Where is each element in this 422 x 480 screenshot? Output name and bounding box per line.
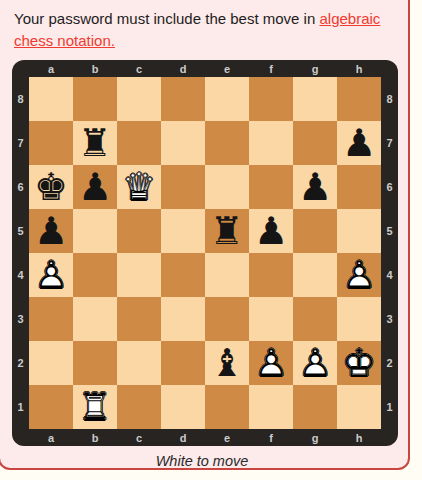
file-label-d: d: [161, 60, 205, 77]
side-to-move-caption: White to move: [0, 453, 404, 469]
square-b4: [73, 253, 117, 297]
square-g3: [293, 297, 337, 341]
file-label-e: e: [205, 60, 249, 77]
square-d2: [161, 341, 205, 385]
square-g5: [293, 209, 337, 253]
square-f1: [249, 385, 293, 429]
black-pawn: ♟: [337, 121, 381, 165]
rank-label-1: 1: [381, 385, 398, 429]
square-e3: [205, 297, 249, 341]
square-f4: [249, 253, 293, 297]
square-e8: [205, 77, 249, 121]
rank-labels-right: 87654321: [381, 77, 398, 429]
square-f7: [249, 121, 293, 165]
square-a7: [29, 121, 73, 165]
square-b6: ♟: [73, 165, 117, 209]
square-c6: ♛♕: [117, 165, 161, 209]
square-e4: [205, 253, 249, 297]
square-d6: [161, 165, 205, 209]
rank-label-2: 2: [381, 341, 398, 385]
rank-label-3: 3: [12, 297, 29, 341]
square-a3: [29, 297, 73, 341]
white-king: ♚♔: [337, 341, 381, 385]
square-f3: [249, 297, 293, 341]
square-c2: [117, 341, 161, 385]
chess-board: ♜♟♚♟♛♕♟♟♜♟♟♙♟♙♝♟♙♟♙♚♔♜♖: [29, 77, 381, 429]
square-d3: [161, 297, 205, 341]
black-pawn: ♟: [73, 165, 117, 209]
square-a6: ♚: [29, 165, 73, 209]
rank-label-8: 8: [12, 77, 29, 121]
file-label-a: a: [29, 429, 73, 446]
white-pawn: ♟♙: [29, 253, 73, 297]
square-h8: [337, 77, 381, 121]
square-a2: [29, 341, 73, 385]
rank-label-4: 4: [12, 253, 29, 297]
rank-label-7: 7: [12, 121, 29, 165]
square-d4: [161, 253, 205, 297]
square-c4: [117, 253, 161, 297]
square-c5: [117, 209, 161, 253]
square-c7: [117, 121, 161, 165]
square-d7: [161, 121, 205, 165]
square-b3: [73, 297, 117, 341]
rank-label-3: 3: [381, 297, 398, 341]
square-h6: [337, 165, 381, 209]
file-label-b: b: [73, 60, 117, 77]
black-king: ♚: [29, 165, 73, 209]
rank-label-8: 8: [381, 77, 398, 121]
square-e5: ♜: [205, 209, 249, 253]
square-f8: [249, 77, 293, 121]
square-b1: ♜♖: [73, 385, 117, 429]
square-f5: ♟: [249, 209, 293, 253]
rank-label-6: 6: [381, 165, 398, 209]
square-d1: [161, 385, 205, 429]
password-rule-card: Your password must include the best move…: [0, 0, 410, 470]
rule-text: Your password must include the best move…: [14, 8, 396, 52]
square-g8: [293, 77, 337, 121]
square-b7: ♜: [73, 121, 117, 165]
square-b5: [73, 209, 117, 253]
file-label-a: a: [29, 60, 73, 77]
square-f2: ♟♙: [249, 341, 293, 385]
square-e1: [205, 385, 249, 429]
file-label-g: g: [293, 60, 337, 77]
square-c3: [117, 297, 161, 341]
square-a4: ♟♙: [29, 253, 73, 297]
square-h1: [337, 385, 381, 429]
black-rook: ♜: [73, 121, 117, 165]
file-label-g: g: [293, 429, 337, 446]
rank-label-5: 5: [381, 209, 398, 253]
square-d5: [161, 209, 205, 253]
rule-text-plain: Your password must include the best move…: [14, 10, 319, 27]
square-h7: ♟: [337, 121, 381, 165]
rank-label-2: 2: [12, 341, 29, 385]
square-g2: ♟♙: [293, 341, 337, 385]
square-h5: [337, 209, 381, 253]
file-label-f: f: [249, 429, 293, 446]
square-g1: [293, 385, 337, 429]
white-pawn: ♟♙: [293, 341, 337, 385]
square-g6: ♟: [293, 165, 337, 209]
file-labels-bottom: abcdefgh: [29, 429, 381, 446]
square-h2: ♚♔: [337, 341, 381, 385]
square-g7: [293, 121, 337, 165]
rank-labels-left: 87654321: [12, 77, 29, 429]
square-a1: [29, 385, 73, 429]
square-f6: [249, 165, 293, 209]
square-d8: [161, 77, 205, 121]
black-pawn: ♟: [293, 165, 337, 209]
square-e2: ♝: [205, 341, 249, 385]
white-pawn: ♟♙: [249, 341, 293, 385]
rank-label-1: 1: [12, 385, 29, 429]
square-h4: ♟♙: [337, 253, 381, 297]
black-pawn: ♟: [249, 209, 293, 253]
white-rook: ♜♖: [73, 385, 117, 429]
square-g4: [293, 253, 337, 297]
file-label-h: h: [337, 60, 381, 77]
rank-label-4: 4: [381, 253, 398, 297]
square-c1: [117, 385, 161, 429]
black-pawn: ♟: [29, 209, 73, 253]
square-h3: [337, 297, 381, 341]
file-label-e: e: [205, 429, 249, 446]
rank-label-6: 6: [12, 165, 29, 209]
chess-board-frame: abcdefgh 87654321 ♜♟♚♟♛♕♟♟♜♟♟♙♟♙♝♟♙♟♙♚♔♜…: [12, 60, 398, 446]
square-c8: [117, 77, 161, 121]
file-labels-top: abcdefgh: [29, 60, 381, 77]
rank-label-7: 7: [381, 121, 398, 165]
square-e6: [205, 165, 249, 209]
file-label-f: f: [249, 60, 293, 77]
file-label-c: c: [117, 429, 161, 446]
square-a5: ♟: [29, 209, 73, 253]
file-label-b: b: [73, 429, 117, 446]
square-b2: [73, 341, 117, 385]
black-rook: ♜: [205, 209, 249, 253]
file-label-h: h: [337, 429, 381, 446]
white-queen: ♛♕: [117, 165, 161, 209]
white-pawn: ♟♙: [337, 253, 381, 297]
file-label-d: d: [161, 429, 205, 446]
square-b8: [73, 77, 117, 121]
square-a8: [29, 77, 73, 121]
rank-label-5: 5: [12, 209, 29, 253]
black-bishop: ♝: [205, 341, 249, 385]
file-label-c: c: [117, 60, 161, 77]
square-e7: [205, 121, 249, 165]
